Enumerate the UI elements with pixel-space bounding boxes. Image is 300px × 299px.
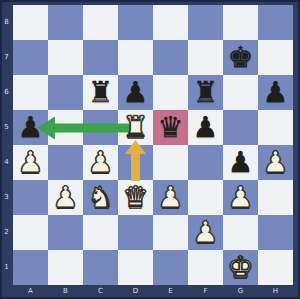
piece-white-king-g1[interactable]: ♚ [223,250,258,285]
piece-black-rook-f6[interactable]: ♜ [188,75,223,110]
square-d4[interactable] [118,145,153,180]
piece-white-pawn-c4[interactable]: ♟ [83,145,118,180]
piece-black-king-g7[interactable]: ♚ [223,40,258,75]
square-h5[interactable] [258,110,293,145]
piece-black-rook-c6[interactable]: ♜ [83,75,118,110]
piece-black-pawn-h6[interactable]: ♟ [258,75,293,110]
square-g4[interactable]: ♟ [223,145,258,180]
square-b2[interactable] [48,215,83,250]
square-h3[interactable] [258,180,293,215]
piece-white-pawn-b3[interactable]: ♟ [48,180,83,215]
square-e8[interactable] [153,5,188,40]
rank-label-1: 1 [1,264,12,271]
square-a7[interactable] [13,40,48,75]
square-f1[interactable] [188,250,223,285]
square-b7[interactable] [48,40,83,75]
square-c5[interactable] [83,110,118,145]
square-a3[interactable] [13,180,48,215]
square-g3[interactable]: ♟ [223,180,258,215]
square-e3[interactable]: ♟ [153,180,188,215]
square-g8[interactable] [223,5,258,40]
square-e6[interactable] [153,75,188,110]
file-label-D: D [118,288,153,296]
piece-white-pawn-a4[interactable]: ♟ [13,145,48,180]
square-a4[interactable]: ♟ [13,145,48,180]
rank-label-3: 3 [1,194,12,201]
square-c6[interactable]: ♜ [83,75,118,110]
square-b3[interactable]: ♟ [48,180,83,215]
file-label-F: F [188,288,223,296]
square-e2[interactable] [153,215,188,250]
file-label-G: G [223,288,258,296]
piece-black-pawn-g4[interactable]: ♟ [223,145,258,180]
square-g1[interactable]: ♚ [223,250,258,285]
square-g2[interactable] [223,215,258,250]
square-f2[interactable]: ♟ [188,215,223,250]
square-h2[interactable] [258,215,293,250]
square-d5[interactable]: ♜ [118,110,153,145]
file-label-H: H [258,288,293,296]
rank-label-2: 2 [1,229,12,236]
square-f7[interactable] [188,40,223,75]
piece-white-rook-d5[interactable]: ♜ [118,110,153,145]
square-g7[interactable]: ♚ [223,40,258,75]
square-c2[interactable] [83,215,118,250]
square-a6[interactable] [13,75,48,110]
square-e4[interactable] [153,145,188,180]
square-c8[interactable] [83,5,118,40]
square-b6[interactable] [48,75,83,110]
square-h4[interactable]: ♟ [258,145,293,180]
square-c3[interactable]: ♞ [83,180,118,215]
square-c7[interactable] [83,40,118,75]
square-a8[interactable] [13,5,48,40]
square-b1[interactable] [48,250,83,285]
piece-black-pawn-d6[interactable]: ♟ [118,75,153,110]
square-d8[interactable] [118,5,153,40]
square-g5[interactable] [223,110,258,145]
piece-white-pawn-g3[interactable]: ♟ [223,180,258,215]
square-f3[interactable] [188,180,223,215]
piece-white-pawn-h4[interactable]: ♟ [258,145,293,180]
piece-white-pawn-f2[interactable]: ♟ [188,215,223,250]
file-label-E: E [153,288,188,296]
square-e7[interactable] [153,40,188,75]
square-e5[interactable]: ♛ [153,110,188,145]
square-d6[interactable]: ♟ [118,75,153,110]
square-e1[interactable] [153,250,188,285]
piece-white-knight-c3[interactable]: ♞ [83,180,118,215]
square-a2[interactable] [13,215,48,250]
rank-label-7: 7 [1,54,12,61]
square-c4[interactable]: ♟ [83,145,118,180]
square-f8[interactable] [188,5,223,40]
piece-white-pawn-e3[interactable]: ♟ [153,180,188,215]
square-b8[interactable] [48,5,83,40]
square-a1[interactable] [13,250,48,285]
square-b4[interactable] [48,145,83,180]
piece-black-pawn-f5[interactable]: ♟ [188,110,223,145]
square-f6[interactable]: ♜ [188,75,223,110]
piece-white-queen-d3[interactable]: ♛ [118,180,153,215]
square-h6[interactable]: ♟ [258,75,293,110]
square-d3[interactable]: ♛ [118,180,153,215]
square-a5[interactable]: ♟ [13,110,48,145]
piece-black-pawn-a5[interactable]: ♟ [13,110,48,145]
square-f5[interactable]: ♟ [188,110,223,145]
square-d1[interactable] [118,250,153,285]
square-c1[interactable] [83,250,118,285]
rank-label-8: 8 [1,19,12,26]
square-d7[interactable] [118,40,153,75]
board-grid: ♚♜♟♜♟♟♜♛♟♟♟♟♟♟♞♛♟♟♟♚ [13,5,293,285]
square-f4[interactable] [188,145,223,180]
file-label-C: C [83,288,118,296]
square-h1[interactable] [258,250,293,285]
file-label-A: A [13,288,48,296]
rank-label-4: 4 [1,159,12,166]
square-b5[interactable] [48,110,83,145]
square-d2[interactable] [118,215,153,250]
square-g6[interactable] [223,75,258,110]
rank-label-5: 5 [1,124,12,131]
chess-board-frame: 87654321 ABCDEFGH ♚♜♟♜♟♟♜♛♟♟♟♟♟♟♞♛♟♟♟♚ [0,0,300,299]
file-label-B: B [48,288,83,296]
rank-label-6: 6 [1,89,12,96]
square-h8[interactable] [258,5,293,40]
piece-black-queen-e5[interactable]: ♛ [153,110,188,145]
square-h7[interactable] [258,40,293,75]
